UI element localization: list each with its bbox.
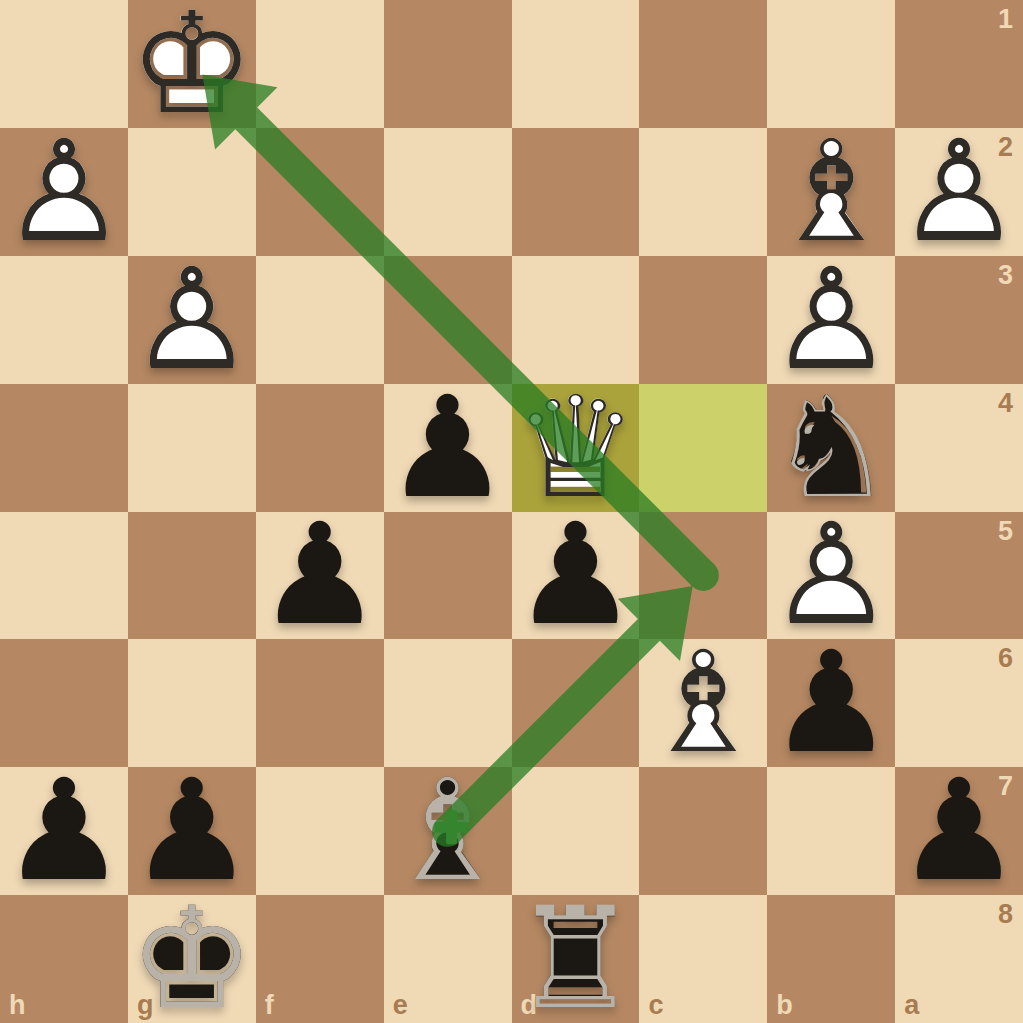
coord-file-h: h: [9, 992, 26, 1019]
square-c3[interactable]: [639, 256, 767, 384]
black-pawn-glyph: ♟: [768, 633, 894, 773]
square-a3[interactable]: 3: [895, 256, 1023, 384]
white-king-outline: ♔: [129, 0, 255, 134]
square-f3[interactable]: [256, 256, 384, 384]
square-h4[interactable]: [0, 384, 128, 512]
black-pawn-glyph: ♟: [257, 505, 383, 645]
square-h1[interactable]: [0, 0, 128, 128]
square-a7[interactable]: 7♟: [895, 767, 1023, 895]
coord-rank-3: 3: [998, 262, 1013, 289]
square-d1[interactable]: [512, 0, 640, 128]
piece-black-pawn[interactable]: ♟: [256, 512, 384, 640]
square-c6[interactable]: ♝♗: [639, 639, 767, 767]
piece-white-pawn[interactable]: ♟♙: [0, 128, 128, 256]
square-b5[interactable]: ♟♙: [767, 512, 895, 640]
board-grid: ♚♔1♟♙♝♗2♟♙♟♙♟♙3♟♛♕♞♘4♟♟♟♙5♝♗♟6♟♟♝♗7♟hg♚♔…: [0, 0, 1023, 1023]
square-d3[interactable]: [512, 256, 640, 384]
square-g1[interactable]: ♚♔: [128, 0, 256, 128]
white-pawn-outline: ♙: [129, 250, 255, 390]
black-pawn-glyph: ♟: [513, 505, 639, 645]
square-e2[interactable]: [384, 128, 512, 256]
square-h6[interactable]: [0, 639, 128, 767]
black-king-outline: ♔: [129, 889, 255, 1023]
square-e5[interactable]: [384, 512, 512, 640]
square-f2[interactable]: [256, 128, 384, 256]
black-pawn-glyph: ♟: [385, 378, 511, 518]
square-f6[interactable]: [256, 639, 384, 767]
square-d8[interactable]: d♜♖: [512, 895, 640, 1023]
square-d5[interactable]: ♟: [512, 512, 640, 640]
piece-black-pawn[interactable]: ♟: [512, 512, 640, 640]
square-b4[interactable]: ♞♘: [767, 384, 895, 512]
square-c5[interactable]: [639, 512, 767, 640]
black-pawn-glyph: ♟: [896, 761, 1022, 901]
square-e6[interactable]: [384, 639, 512, 767]
square-d4[interactable]: ♛♕: [512, 384, 640, 512]
coord-rank-1: 1: [998, 6, 1013, 33]
square-e1[interactable]: [384, 0, 512, 128]
lastmove-highlight-c4: [639, 384, 767, 512]
square-c8[interactable]: c: [639, 895, 767, 1023]
piece-white-bishop[interactable]: ♝♗: [639, 639, 767, 767]
square-f4[interactable]: [256, 384, 384, 512]
square-h7[interactable]: ♟: [0, 767, 128, 895]
square-a4[interactable]: 4: [895, 384, 1023, 512]
square-e4[interactable]: ♟: [384, 384, 512, 512]
coord-file-c: c: [648, 992, 663, 1019]
square-h8[interactable]: h: [0, 895, 128, 1023]
square-a5[interactable]: 5: [895, 512, 1023, 640]
square-b7[interactable]: [767, 767, 895, 895]
square-a8[interactable]: 8a: [895, 895, 1023, 1023]
coord-file-f: f: [265, 992, 274, 1019]
black-bishop-outline: ♗: [385, 761, 511, 901]
square-g6[interactable]: [128, 639, 256, 767]
piece-black-king[interactable]: ♚♔: [128, 895, 256, 1023]
square-g7[interactable]: ♟: [128, 767, 256, 895]
white-bishop-outline: ♗: [641, 633, 767, 773]
coord-rank-6: 6: [998, 645, 1013, 672]
square-d7[interactable]: [512, 767, 640, 895]
chess-board: ♚♔1♟♙♝♗2♟♙♟♙♟♙3♟♛♕♞♘4♟♟♟♙5♝♗♟6♟♟♝♗7♟hg♚♔…: [0, 0, 1023, 1023]
piece-white-pawn[interactable]: ♟♙: [767, 256, 895, 384]
square-d6[interactable]: [512, 639, 640, 767]
square-g5[interactable]: [128, 512, 256, 640]
piece-white-pawn[interactable]: ♟♙: [767, 512, 895, 640]
square-h3[interactable]: [0, 256, 128, 384]
black-rook-outline: ♖: [513, 889, 639, 1023]
piece-black-pawn[interactable]: ♟: [0, 767, 128, 895]
square-f8[interactable]: f: [256, 895, 384, 1023]
coord-file-e: e: [393, 992, 408, 1019]
piece-black-pawn[interactable]: ♟: [767, 639, 895, 767]
black-pawn-glyph: ♟: [1, 761, 127, 901]
piece-black-pawn[interactable]: ♟: [128, 767, 256, 895]
square-a2[interactable]: 2♟♙: [895, 128, 1023, 256]
square-c7[interactable]: [639, 767, 767, 895]
square-d2[interactable]: [512, 128, 640, 256]
coord-file-a: a: [904, 992, 919, 1019]
piece-white-pawn[interactable]: ♟♙: [895, 128, 1023, 256]
square-h2[interactable]: ♟♙: [0, 128, 128, 256]
square-g4[interactable]: [128, 384, 256, 512]
piece-white-king[interactable]: ♚♔: [128, 0, 256, 128]
square-c4[interactable]: [639, 384, 767, 512]
square-b3[interactable]: ♟♙: [767, 256, 895, 384]
square-g3[interactable]: ♟♙: [128, 256, 256, 384]
square-e8[interactable]: e: [384, 895, 512, 1023]
piece-black-knight[interactable]: ♞♘: [767, 384, 895, 512]
square-e7[interactable]: ♝♗: [384, 767, 512, 895]
white-pawn-outline: ♙: [896, 122, 1022, 262]
square-c2[interactable]: [639, 128, 767, 256]
piece-black-pawn[interactable]: ♟: [384, 384, 512, 512]
square-b1[interactable]: [767, 0, 895, 128]
square-e3[interactable]: [384, 256, 512, 384]
square-h5[interactable]: [0, 512, 128, 640]
coord-rank-4: 4: [998, 390, 1013, 417]
white-pawn-outline: ♙: [1, 122, 127, 262]
square-b2[interactable]: ♝♗: [767, 128, 895, 256]
square-f1[interactable]: [256, 0, 384, 128]
piece-white-queen[interactable]: ♛♕: [512, 384, 640, 512]
piece-black-pawn[interactable]: ♟: [895, 767, 1023, 895]
coord-rank-8: 8: [998, 901, 1013, 928]
square-g8[interactable]: g♚♔: [128, 895, 256, 1023]
square-a6[interactable]: 6: [895, 639, 1023, 767]
square-f5[interactable]: ♟: [256, 512, 384, 640]
piece-black-bishop[interactable]: ♝♗: [384, 767, 512, 895]
square-b6[interactable]: ♟: [767, 639, 895, 767]
square-c1[interactable]: [639, 0, 767, 128]
coord-file-b: b: [776, 992, 793, 1019]
piece-black-rook[interactable]: ♜♖: [512, 895, 640, 1023]
coord-rank-5: 5: [998, 518, 1013, 545]
square-a1[interactable]: 1: [895, 0, 1023, 128]
square-f7[interactable]: [256, 767, 384, 895]
piece-white-pawn[interactable]: ♟♙: [128, 256, 256, 384]
piece-white-bishop[interactable]: ♝♗: [767, 128, 895, 256]
square-b8[interactable]: b: [767, 895, 895, 1023]
square-g2[interactable]: [128, 128, 256, 256]
